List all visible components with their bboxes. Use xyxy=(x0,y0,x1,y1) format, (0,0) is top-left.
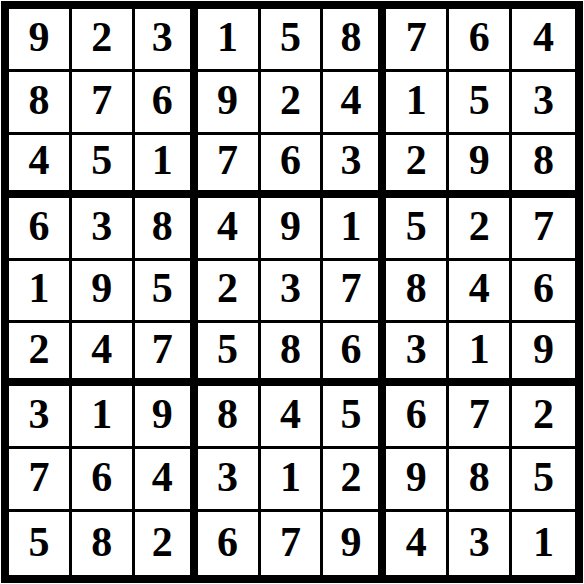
cell-r1c3: 3 xyxy=(135,9,198,72)
cell-r3c6: 3 xyxy=(323,135,386,198)
cell-r8c6: 2 xyxy=(323,449,386,512)
cell-r9c9: 1 xyxy=(512,512,575,575)
cell-r5c9: 6 xyxy=(512,261,575,324)
cell-r2c3: 6 xyxy=(135,72,198,135)
cell-r1c2: 2 xyxy=(72,9,135,72)
cell-r6c2: 4 xyxy=(72,323,135,386)
cell-r6c1: 2 xyxy=(9,323,72,386)
cell-r5c1: 1 xyxy=(9,261,72,324)
cell-r8c2: 6 xyxy=(72,449,135,512)
cell-r3c2: 5 xyxy=(72,135,135,198)
cell-r6c8: 1 xyxy=(449,323,512,386)
cell-r7c7: 6 xyxy=(386,386,449,449)
cell-r7c2: 1 xyxy=(72,386,135,449)
cell-r4c3: 8 xyxy=(135,198,198,261)
cell-r8c1: 7 xyxy=(9,449,72,512)
cell-r5c2: 9 xyxy=(72,261,135,324)
cell-r1c8: 6 xyxy=(449,9,512,72)
cell-r4c6: 1 xyxy=(323,198,386,261)
cell-r3c1: 4 xyxy=(9,135,72,198)
cell-r3c9: 8 xyxy=(512,135,575,198)
cell-r6c6: 6 xyxy=(323,323,386,386)
cell-r9c4: 6 xyxy=(198,512,261,575)
cell-r5c5: 3 xyxy=(261,261,324,324)
cell-r2c5: 2 xyxy=(261,72,324,135)
cell-r3c8: 9 xyxy=(449,135,512,198)
cell-r1c9: 4 xyxy=(512,9,575,72)
cell-r1c1: 9 xyxy=(9,9,72,72)
cell-r4c9: 7 xyxy=(512,198,575,261)
cell-r1c6: 8 xyxy=(323,9,386,72)
cell-r6c3: 7 xyxy=(135,323,198,386)
cell-r5c4: 2 xyxy=(198,261,261,324)
cell-r9c2: 8 xyxy=(72,512,135,575)
cell-r8c3: 4 xyxy=(135,449,198,512)
cell-r4c4: 4 xyxy=(198,198,261,261)
cell-r4c5: 9 xyxy=(261,198,324,261)
cell-r2c7: 1 xyxy=(386,72,449,135)
cell-r1c7: 7 xyxy=(386,9,449,72)
cell-r4c8: 2 xyxy=(449,198,512,261)
cell-r9c7: 4 xyxy=(386,512,449,575)
cell-r2c6: 4 xyxy=(323,72,386,135)
cell-r6c7: 3 xyxy=(386,323,449,386)
cell-r2c1: 8 xyxy=(9,72,72,135)
cell-r3c4: 7 xyxy=(198,135,261,198)
cell-r8c9: 5 xyxy=(512,449,575,512)
cell-r8c4: 3 xyxy=(198,449,261,512)
cell-r9c6: 9 xyxy=(323,512,386,575)
cell-r6c4: 5 xyxy=(198,323,261,386)
cell-r8c5: 1 xyxy=(261,449,324,512)
cell-r3c7: 2 xyxy=(386,135,449,198)
cell-r9c8: 3 xyxy=(449,512,512,575)
cell-r9c5: 7 xyxy=(261,512,324,575)
cell-r9c1: 5 xyxy=(9,512,72,575)
cell-r7c1: 3 xyxy=(9,386,72,449)
cell-r2c2: 7 xyxy=(72,72,135,135)
page: 9231587648769241534517632986384915271952… xyxy=(0,0,584,584)
cell-r7c6: 5 xyxy=(323,386,386,449)
sudoku-board: 9231587648769241534517632986384915271952… xyxy=(1,1,583,583)
cell-r2c4: 9 xyxy=(198,72,261,135)
cell-r7c9: 2 xyxy=(512,386,575,449)
cell-r9c3: 2 xyxy=(135,512,198,575)
cell-r5c6: 7 xyxy=(323,261,386,324)
cell-r5c8: 4 xyxy=(449,261,512,324)
cell-r2c9: 3 xyxy=(512,72,575,135)
cell-r4c1: 6 xyxy=(9,198,72,261)
cell-r8c8: 8 xyxy=(449,449,512,512)
cell-r7c3: 9 xyxy=(135,386,198,449)
cell-r6c5: 8 xyxy=(261,323,324,386)
cell-r4c7: 5 xyxy=(386,198,449,261)
cell-r4c2: 3 xyxy=(72,198,135,261)
cell-r5c3: 5 xyxy=(135,261,198,324)
cell-r7c4: 8 xyxy=(198,386,261,449)
cell-r7c8: 7 xyxy=(449,386,512,449)
cell-r1c4: 1 xyxy=(198,9,261,72)
cell-r7c5: 4 xyxy=(261,386,324,449)
cell-r5c7: 8 xyxy=(386,261,449,324)
cell-r8c7: 9 xyxy=(386,449,449,512)
cell-r3c5: 6 xyxy=(261,135,324,198)
cell-r2c8: 5 xyxy=(449,72,512,135)
cell-r3c3: 1 xyxy=(135,135,198,198)
cell-r6c9: 9 xyxy=(512,323,575,386)
cell-r1c5: 5 xyxy=(261,9,324,72)
